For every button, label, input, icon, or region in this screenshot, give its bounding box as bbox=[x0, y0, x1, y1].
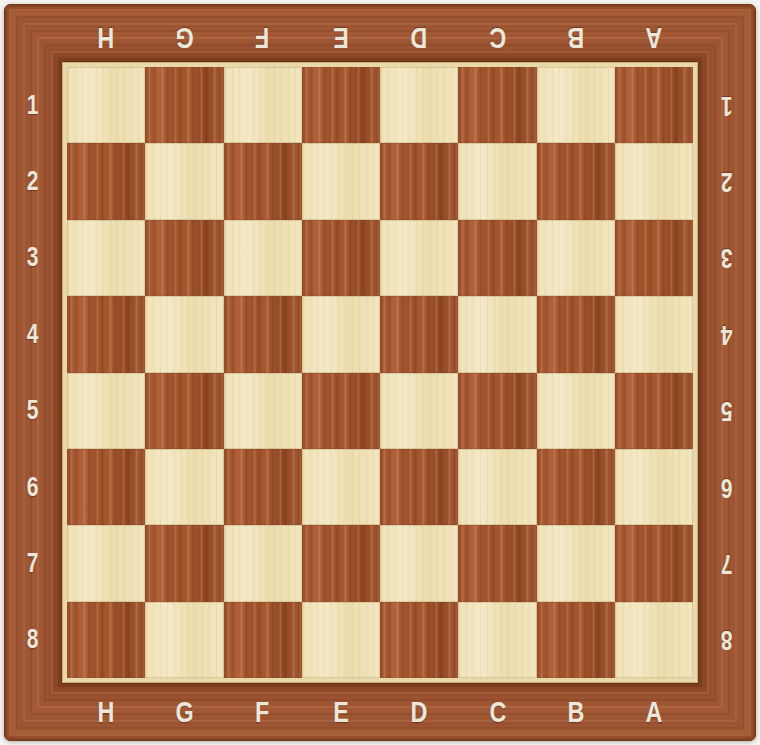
square-h2[interactable] bbox=[67, 143, 145, 219]
top-coordinate-label-A: A bbox=[615, 14, 693, 62]
square-a5[interactable] bbox=[615, 373, 693, 449]
bottom-coordinate-label-G: G bbox=[145, 688, 223, 736]
square-c1[interactable] bbox=[458, 67, 536, 143]
left-coordinate-label-4: 4 bbox=[4, 296, 62, 372]
left-coordinate-label-3: 3 bbox=[4, 220, 62, 296]
square-f1[interactable] bbox=[224, 67, 302, 143]
bottom-coordinate-label-H: H bbox=[67, 688, 145, 736]
square-e1[interactable] bbox=[302, 67, 380, 143]
top-coordinate-label-G: G bbox=[145, 14, 223, 62]
square-d3[interactable] bbox=[380, 220, 458, 296]
square-b2[interactable] bbox=[537, 143, 615, 219]
left-coordinate-label-6: 6 bbox=[4, 449, 62, 525]
photo-background: HGFEDCBA HGFEDCBA 12345678 12345678 bbox=[0, 0, 760, 745]
square-f3[interactable] bbox=[224, 220, 302, 296]
square-f6[interactable] bbox=[224, 449, 302, 525]
square-c8[interactable] bbox=[458, 602, 536, 678]
right-coordinate-label-8: 8 bbox=[698, 602, 756, 678]
right-coordinate-label-4: 4 bbox=[698, 296, 756, 372]
square-b3[interactable] bbox=[537, 220, 615, 296]
file-labels-bottom: HGFEDCBA bbox=[67, 688, 693, 736]
square-a6[interactable] bbox=[615, 449, 693, 525]
square-c6[interactable] bbox=[458, 449, 536, 525]
playing-area bbox=[62, 62, 698, 683]
top-coordinate-label-F: F bbox=[224, 14, 302, 62]
left-coordinate-label-1: 1 bbox=[4, 67, 62, 143]
rank-labels-left: 12345678 bbox=[4, 67, 62, 678]
square-g5[interactable] bbox=[145, 373, 223, 449]
square-a1[interactable] bbox=[615, 67, 693, 143]
square-b7[interactable] bbox=[537, 525, 615, 601]
left-coordinate-label-2: 2 bbox=[4, 143, 62, 219]
right-coordinate-label-2: 2 bbox=[698, 143, 756, 219]
square-g4[interactable] bbox=[145, 296, 223, 372]
square-c5[interactable] bbox=[458, 373, 536, 449]
square-e4[interactable] bbox=[302, 296, 380, 372]
square-g6[interactable] bbox=[145, 449, 223, 525]
square-g8[interactable] bbox=[145, 602, 223, 678]
square-b8[interactable] bbox=[537, 602, 615, 678]
square-a8[interactable] bbox=[615, 602, 693, 678]
square-b6[interactable] bbox=[537, 449, 615, 525]
square-h3[interactable] bbox=[67, 220, 145, 296]
square-b4[interactable] bbox=[537, 296, 615, 372]
square-e8[interactable] bbox=[302, 602, 380, 678]
square-c2[interactable] bbox=[458, 143, 536, 219]
right-coordinate-label-3: 3 bbox=[698, 220, 756, 296]
square-e6[interactable] bbox=[302, 449, 380, 525]
square-c3[interactable] bbox=[458, 220, 536, 296]
square-g1[interactable] bbox=[145, 67, 223, 143]
square-g7[interactable] bbox=[145, 525, 223, 601]
chess-board: HGFEDCBA HGFEDCBA 12345678 12345678 bbox=[4, 4, 756, 741]
top-coordinate-label-H: H bbox=[67, 14, 145, 62]
bottom-coordinate-label-D: D bbox=[380, 688, 458, 736]
square-d2[interactable] bbox=[380, 143, 458, 219]
left-coordinate-label-8: 8 bbox=[4, 602, 62, 678]
square-a4[interactable] bbox=[615, 296, 693, 372]
top-coordinate-label-D: D bbox=[380, 14, 458, 62]
square-e2[interactable] bbox=[302, 143, 380, 219]
square-h5[interactable] bbox=[67, 373, 145, 449]
bottom-coordinate-label-B: B bbox=[537, 688, 615, 736]
bottom-coordinate-label-C: C bbox=[458, 688, 536, 736]
square-e7[interactable] bbox=[302, 525, 380, 601]
bottom-coordinate-label-E: E bbox=[302, 688, 380, 736]
square-b1[interactable] bbox=[537, 67, 615, 143]
top-coordinate-label-B: B bbox=[537, 14, 615, 62]
square-f4[interactable] bbox=[224, 296, 302, 372]
bottom-coordinate-label-A: A bbox=[615, 688, 693, 736]
square-f8[interactable] bbox=[224, 602, 302, 678]
square-d7[interactable] bbox=[380, 525, 458, 601]
right-coordinate-label-7: 7 bbox=[698, 525, 756, 601]
square-h4[interactable] bbox=[67, 296, 145, 372]
square-c7[interactable] bbox=[458, 525, 536, 601]
square-d6[interactable] bbox=[380, 449, 458, 525]
left-coordinate-label-5: 5 bbox=[4, 373, 62, 449]
right-coordinate-label-1: 1 bbox=[698, 67, 756, 143]
top-coordinate-label-E: E bbox=[302, 14, 380, 62]
square-a2[interactable] bbox=[615, 143, 693, 219]
top-coordinate-label-C: C bbox=[458, 14, 536, 62]
square-h7[interactable] bbox=[67, 525, 145, 601]
square-g2[interactable] bbox=[145, 143, 223, 219]
right-coordinate-label-6: 6 bbox=[698, 449, 756, 525]
file-labels-top: HGFEDCBA bbox=[67, 14, 693, 62]
square-d4[interactable] bbox=[380, 296, 458, 372]
square-d5[interactable] bbox=[380, 373, 458, 449]
bottom-coordinate-label-F: F bbox=[224, 688, 302, 736]
square-e5[interactable] bbox=[302, 373, 380, 449]
right-coordinate-label-5: 5 bbox=[698, 373, 756, 449]
square-c4[interactable] bbox=[458, 296, 536, 372]
square-a3[interactable] bbox=[615, 220, 693, 296]
square-f7[interactable] bbox=[224, 525, 302, 601]
square-b5[interactable] bbox=[537, 373, 615, 449]
square-h1[interactable] bbox=[67, 67, 145, 143]
square-d8[interactable] bbox=[380, 602, 458, 678]
squares-grid bbox=[67, 67, 693, 678]
square-a7[interactable] bbox=[615, 525, 693, 601]
square-h8[interactable] bbox=[67, 602, 145, 678]
square-f5[interactable] bbox=[224, 373, 302, 449]
square-e3[interactable] bbox=[302, 220, 380, 296]
left-coordinate-label-7: 7 bbox=[4, 525, 62, 601]
rank-labels-right: 12345678 bbox=[698, 67, 756, 678]
square-h6[interactable] bbox=[67, 449, 145, 525]
square-d1[interactable] bbox=[380, 67, 458, 143]
square-f2[interactable] bbox=[224, 143, 302, 219]
square-g3[interactable] bbox=[145, 220, 223, 296]
